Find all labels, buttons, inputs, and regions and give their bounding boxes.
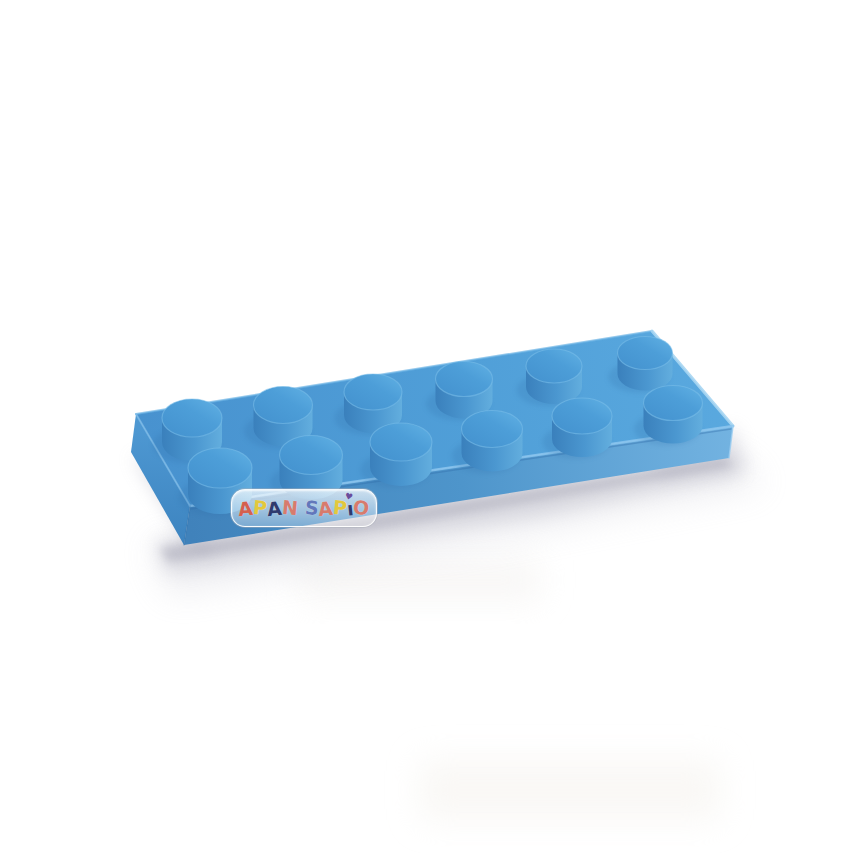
stud: [644, 386, 703, 444]
stud: [526, 349, 582, 404]
watermark-pill: APANSAPı♥O: [231, 489, 377, 527]
stud-top: [280, 436, 343, 475]
watermark-letter: O: [353, 497, 371, 517]
watermark-letter: N: [281, 497, 299, 517]
stud-top: [344, 374, 402, 410]
stud: [618, 337, 673, 391]
stud-top: [188, 448, 252, 488]
watermark-letter: A: [266, 498, 283, 518]
stud: [436, 362, 493, 419]
background-tint: [420, 760, 720, 820]
stud-top: [462, 411, 523, 448]
stud-top: [436, 362, 493, 397]
watermark-text: APANSAPı♥O: [238, 499, 369, 518]
watermark-letter-dot: ♥: [344, 491, 354, 501]
stud-top: [552, 398, 612, 434]
brick-photo: [0, 0, 853, 853]
stud-top: [526, 349, 582, 383]
stud-top: [618, 337, 673, 370]
stud: [552, 398, 612, 457]
stud-top: [254, 387, 313, 424]
stud-top: [644, 386, 703, 421]
stud: [462, 411, 523, 472]
stud-top: [162, 399, 222, 437]
photo-stage: APANSAPı♥O: [0, 0, 853, 853]
stud-top: [370, 423, 432, 461]
stud: [370, 423, 432, 486]
